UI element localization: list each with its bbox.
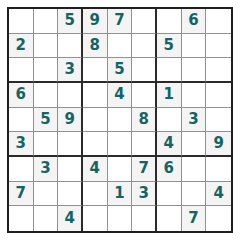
cell-r7c2[interactable]: 3 (34, 157, 59, 182)
cell-r6c3[interactable] (58, 132, 83, 157)
cell-r6c9[interactable]: 9 (206, 132, 231, 157)
cell-r3c4[interactable] (83, 58, 108, 83)
cell-r1c8[interactable]: 6 (182, 9, 207, 34)
cell-r5c1[interactable] (9, 108, 34, 133)
sudoku-board: 59762853564159833493476713447 (7, 7, 233, 233)
cell-r6c5[interactable] (108, 132, 133, 157)
cell-r8c5[interactable]: 1 (108, 182, 133, 207)
cell-r6c6[interactable] (132, 132, 157, 157)
cell-r1c6[interactable] (132, 9, 157, 34)
cell-r4c8[interactable] (182, 83, 207, 108)
cell-r2c1[interactable]: 2 (9, 34, 34, 59)
cell-r6c4[interactable] (83, 132, 108, 157)
cell-r6c8[interactable] (182, 132, 207, 157)
cell-r2c6[interactable] (132, 34, 157, 59)
cell-r7c5[interactable] (108, 157, 133, 182)
cell-r3c2[interactable] (34, 58, 59, 83)
cell-r5c2[interactable]: 5 (34, 108, 59, 133)
cell-r1c4[interactable]: 9 (83, 9, 108, 34)
cell-r4c6[interactable] (132, 83, 157, 108)
cell-r7c7[interactable]: 6 (157, 157, 182, 182)
cell-r2c2[interactable] (34, 34, 59, 59)
cell-r8c1[interactable]: 7 (9, 182, 34, 207)
cell-r9c5[interactable] (108, 206, 133, 231)
cell-r1c9[interactable] (206, 9, 231, 34)
cell-r5c4[interactable] (83, 108, 108, 133)
cell-r9c2[interactable] (34, 206, 59, 231)
cell-r6c7[interactable]: 4 (157, 132, 182, 157)
cell-r5c3[interactable]: 9 (58, 108, 83, 133)
cell-r4c2[interactable] (34, 83, 59, 108)
cell-r9c1[interactable] (9, 206, 34, 231)
cell-r3c3[interactable]: 3 (58, 58, 83, 83)
cell-r3c6[interactable] (132, 58, 157, 83)
cell-r9c8[interactable]: 7 (182, 206, 207, 231)
cell-r4c5[interactable]: 4 (108, 83, 133, 108)
cell-r4c9[interactable] (206, 83, 231, 108)
cell-r5c5[interactable] (108, 108, 133, 133)
cell-r8c7[interactable] (157, 182, 182, 207)
cell-r5c8[interactable]: 3 (182, 108, 207, 133)
cell-r7c3[interactable] (58, 157, 83, 182)
cell-r3c8[interactable] (182, 58, 207, 83)
cell-r2c5[interactable] (108, 34, 133, 59)
cell-r2c4[interactable]: 8 (83, 34, 108, 59)
cell-r9c4[interactable] (83, 206, 108, 231)
cell-r5c7[interactable] (157, 108, 182, 133)
cell-r8c9[interactable]: 4 (206, 182, 231, 207)
cell-r3c7[interactable] (157, 58, 182, 83)
cell-r9c3[interactable]: 4 (58, 206, 83, 231)
cell-r1c5[interactable]: 7 (108, 9, 133, 34)
cell-r5c6[interactable]: 8 (132, 108, 157, 133)
cell-r4c7[interactable]: 1 (157, 83, 182, 108)
cell-r4c4[interactable] (83, 83, 108, 108)
cell-r8c8[interactable] (182, 182, 207, 207)
cell-r3c1[interactable] (9, 58, 34, 83)
cell-r1c1[interactable] (9, 9, 34, 34)
cell-r8c3[interactable] (58, 182, 83, 207)
cell-r9c6[interactable] (132, 206, 157, 231)
cell-r9c9[interactable] (206, 206, 231, 231)
cell-r5c9[interactable] (206, 108, 231, 133)
cell-r7c1[interactable] (9, 157, 34, 182)
cell-r6c1[interactable]: 3 (9, 132, 34, 157)
cell-r2c3[interactable] (58, 34, 83, 59)
cell-r7c8[interactable] (182, 157, 207, 182)
cell-r3c5[interactable]: 5 (108, 58, 133, 83)
cell-r2c7[interactable]: 5 (157, 34, 182, 59)
cell-r1c3[interactable]: 5 (58, 9, 83, 34)
cell-r7c4[interactable]: 4 (83, 157, 108, 182)
cell-r1c7[interactable] (157, 9, 182, 34)
cell-r8c4[interactable] (83, 182, 108, 207)
cell-r3c9[interactable] (206, 58, 231, 83)
cell-r2c8[interactable] (182, 34, 207, 59)
cell-r8c2[interactable] (34, 182, 59, 207)
cell-r9c7[interactable] (157, 206, 182, 231)
cell-r1c2[interactable] (34, 9, 59, 34)
cell-r7c6[interactable]: 7 (132, 157, 157, 182)
cell-r8c6[interactable]: 3 (132, 182, 157, 207)
cell-r4c3[interactable] (58, 83, 83, 108)
sudoku-page: 59762853564159833493476713447 (0, 0, 240, 240)
cell-r7c9[interactable] (206, 157, 231, 182)
cell-r4c1[interactable]: 6 (9, 83, 34, 108)
cell-r6c2[interactable] (34, 132, 59, 157)
cell-r2c9[interactable] (206, 34, 231, 59)
